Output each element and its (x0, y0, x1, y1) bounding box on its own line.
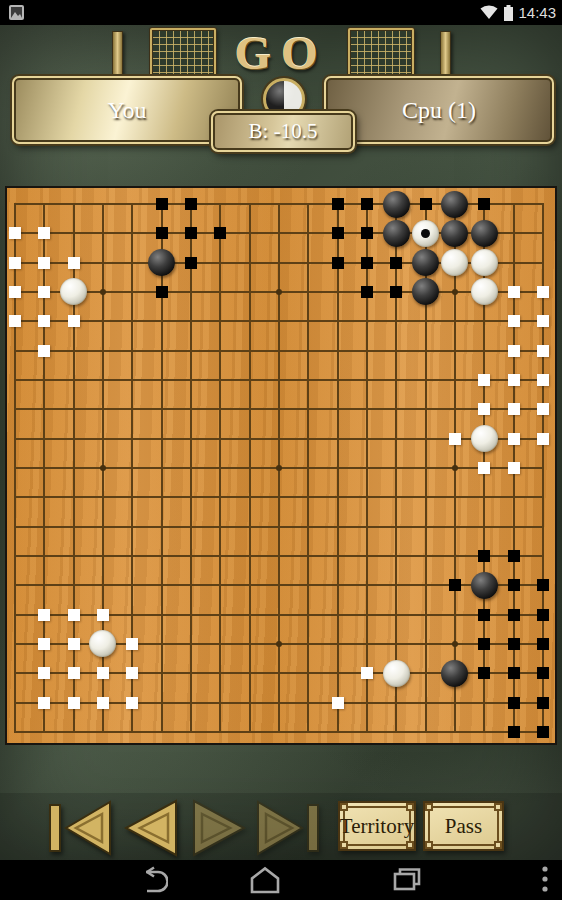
skip-to-last-move-icon (252, 799, 322, 857)
white-territory-marker (38, 257, 50, 269)
status-time: 14:43 (518, 4, 556, 21)
wifi-icon (479, 4, 499, 21)
grid-line (14, 614, 544, 616)
white-territory-marker (68, 257, 80, 269)
black-territory-marker (537, 638, 549, 650)
black-territory-marker (508, 667, 520, 679)
next-move-icon (186, 799, 256, 857)
white-territory-marker (9, 315, 21, 327)
white-territory-marker (38, 286, 50, 298)
white-territory-marker (38, 609, 50, 621)
black-stone[interactable] (412, 249, 439, 276)
black-territory-marker (508, 609, 520, 621)
white-stone[interactable] (89, 630, 116, 657)
app-title: GO (0, 26, 562, 80)
white-territory-marker (68, 638, 80, 650)
white-territory-marker (449, 433, 461, 445)
white-territory-marker (97, 667, 109, 679)
white-territory-marker (537, 315, 549, 327)
black-stone[interactable] (471, 572, 498, 599)
white-territory-marker (38, 345, 50, 357)
pass-button[interactable]: Pass (423, 801, 504, 851)
white-territory-marker (38, 667, 50, 679)
black-territory-marker (156, 198, 168, 210)
skip-to-first-move-icon (46, 799, 116, 857)
previous-move-button[interactable] (114, 799, 184, 857)
black-territory-marker (361, 198, 373, 210)
black-territory-marker (332, 257, 344, 269)
white-territory-marker (478, 462, 490, 474)
black-stone[interactable] (471, 220, 498, 247)
star-point (100, 465, 106, 471)
status-bar: 14:43 (0, 0, 562, 25)
grid-line (307, 203, 309, 733)
grid-line (395, 203, 397, 733)
player-panel-you: You (12, 76, 242, 144)
battery-icon (503, 4, 514, 22)
black-territory-marker (537, 609, 549, 621)
title-bracket-right (440, 31, 451, 77)
territory-button-label: Territory (340, 814, 414, 839)
white-territory-marker (38, 315, 50, 327)
go-board[interactable] (5, 186, 557, 745)
white-territory-marker (508, 345, 520, 357)
black-territory-marker (185, 198, 197, 210)
black-territory-marker (478, 550, 490, 562)
black-territory-marker (214, 227, 226, 239)
black-territory-marker (537, 697, 549, 709)
black-territory-marker (185, 227, 197, 239)
black-territory-marker (361, 257, 373, 269)
black-territory-marker (332, 198, 344, 210)
last-move-marker (421, 229, 430, 238)
white-territory-marker (537, 286, 549, 298)
white-stone[interactable] (60, 278, 87, 305)
grid-line (14, 584, 544, 586)
white-territory-marker (478, 374, 490, 386)
back-icon[interactable] (134, 866, 168, 894)
territory-button[interactable]: Territory (338, 801, 416, 851)
overflow-menu-icon[interactable] (540, 864, 550, 896)
black-territory-marker (390, 286, 402, 298)
white-territory-marker (508, 374, 520, 386)
white-territory-marker (537, 433, 549, 445)
star-point (452, 289, 458, 295)
grid-line (14, 526, 544, 528)
black-stone[interactable] (441, 660, 468, 687)
black-territory-marker (537, 726, 549, 738)
home-icon[interactable] (248, 866, 282, 894)
screenshot-notification-icon (8, 4, 25, 21)
black-territory-marker (420, 198, 432, 210)
score-panel: B: -10.5 (211, 111, 355, 152)
android-navigation-bar (0, 860, 562, 900)
white-territory-marker (537, 403, 549, 415)
star-point (452, 465, 458, 471)
black-territory-marker (185, 257, 197, 269)
black-territory-marker (361, 286, 373, 298)
black-territory-marker (537, 667, 549, 679)
white-stone[interactable] (441, 249, 468, 276)
black-territory-marker (156, 227, 168, 239)
black-territory-marker (508, 579, 520, 591)
recents-icon[interactable] (390, 866, 424, 894)
star-point (452, 641, 458, 647)
black-territory-marker (449, 579, 461, 591)
white-territory-marker (537, 345, 549, 357)
black-territory-marker (478, 638, 490, 650)
white-territory-marker (126, 638, 138, 650)
grid-line (14, 555, 544, 557)
black-territory-marker (361, 227, 373, 239)
white-territory-marker (9, 286, 21, 298)
grid-line (337, 203, 339, 733)
white-territory-marker (508, 286, 520, 298)
white-territory-marker (126, 697, 138, 709)
white-stone[interactable] (471, 249, 498, 276)
black-stone[interactable] (148, 249, 175, 276)
white-stone[interactable] (471, 425, 498, 452)
grid-line (542, 203, 544, 733)
star-point (276, 289, 282, 295)
white-territory-marker (68, 667, 80, 679)
previous-move-icon (114, 799, 184, 857)
star-point (100, 289, 106, 295)
white-territory-marker (508, 433, 520, 445)
black-stone[interactable] (383, 220, 410, 247)
white-territory-marker (508, 315, 520, 327)
player-name-cpu: Cpu (1) (402, 97, 476, 124)
white-territory-marker (38, 227, 50, 239)
white-territory-marker (361, 667, 373, 679)
black-territory-marker (508, 697, 520, 709)
black-stone[interactable] (383, 191, 410, 218)
black-territory-marker (478, 609, 490, 621)
white-territory-marker (97, 697, 109, 709)
white-stone[interactable] (471, 278, 498, 305)
grid-line (366, 203, 368, 733)
white-territory-marker (508, 462, 520, 474)
black-stone[interactable] (412, 278, 439, 305)
black-stone[interactable] (441, 191, 468, 218)
white-territory-marker (508, 403, 520, 415)
white-territory-marker (478, 403, 490, 415)
black-stone[interactable] (441, 220, 468, 247)
white-territory-marker (126, 667, 138, 679)
white-territory-marker (537, 374, 549, 386)
pass-button-label: Pass (445, 814, 482, 839)
black-territory-marker (508, 550, 520, 562)
white-territory-marker (9, 257, 21, 269)
skip-to-last-move-button[interactable] (252, 799, 322, 857)
white-territory-marker (68, 697, 80, 709)
white-territory-marker (68, 315, 80, 327)
black-territory-marker (156, 286, 168, 298)
white-territory-marker (68, 609, 80, 621)
white-territory-marker (9, 227, 21, 239)
black-territory-marker (478, 667, 490, 679)
title-lattice-right (348, 28, 414, 82)
star-point (276, 641, 282, 647)
white-territory-marker (97, 609, 109, 621)
star-point (276, 465, 282, 471)
skip-to-first-move-button[interactable] (46, 799, 116, 857)
black-territory-marker (332, 227, 344, 239)
score-value: B: -10.5 (249, 119, 318, 144)
black-territory-marker (537, 579, 549, 591)
white-territory-marker (332, 697, 344, 709)
grid-line (14, 731, 544, 733)
white-territory-marker (38, 638, 50, 650)
grid-line (14, 496, 544, 498)
black-territory-marker (508, 638, 520, 650)
grid-line (14, 702, 544, 704)
black-territory-marker (478, 198, 490, 210)
player-name-you: You (108, 97, 147, 124)
white-territory-marker (38, 697, 50, 709)
next-move-button[interactable] (186, 799, 256, 857)
white-stone[interactable] (383, 660, 410, 687)
player-panel-cpu: Cpu (1) (324, 76, 554, 144)
black-territory-marker (390, 257, 402, 269)
black-territory-marker (508, 726, 520, 738)
go-app-screen: 14:43 GO You Cpu (1) B: -10.5 (0, 0, 562, 900)
